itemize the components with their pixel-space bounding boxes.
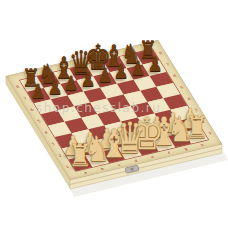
piece-black-pawn-f7[interactable]: ♟ <box>114 62 129 82</box>
piece-black-pawn-b7[interactable]: ♟ <box>47 77 62 97</box>
product-photo: a88b77c66d55e44f33g22h11 ♜♞♝♛♚♝♞♜♟♟♟♟♟♟♟… <box>0 0 228 228</box>
rank-label-right-7: 7 <box>165 63 170 67</box>
rank-label-left-6: 6 <box>30 108 35 112</box>
rank-label-left-7: 7 <box>23 96 28 100</box>
piece-white-rook-a1[interactable]: ♜ <box>68 140 92 171</box>
rank-label-left-8: 8 <box>16 85 21 89</box>
rank-label-left-5: 5 <box>37 119 42 123</box>
photo-watermark: shop.chesslab.ru <box>36 101 161 115</box>
rank-label-left-4: 4 <box>44 131 49 135</box>
piece-black-pawn-g7[interactable]: ♟ <box>131 58 146 78</box>
piece-black-pawn-h7[interactable]: ♟ <box>147 54 162 74</box>
rank-label-right-4: 4 <box>187 97 192 101</box>
piece-black-pawn-a7[interactable]: ♟ <box>30 81 45 101</box>
piece-black-pawn-d7[interactable]: ♟ <box>80 70 95 90</box>
rank-label-right-6: 6 <box>172 74 177 78</box>
rank-label-left-3: 3 <box>51 142 56 146</box>
piece-black-pawn-c7[interactable]: ♟ <box>64 74 79 94</box>
piece-black-pawn-e7[interactable]: ♟ <box>97 66 112 86</box>
rank-label-right-5: 5 <box>180 85 185 89</box>
